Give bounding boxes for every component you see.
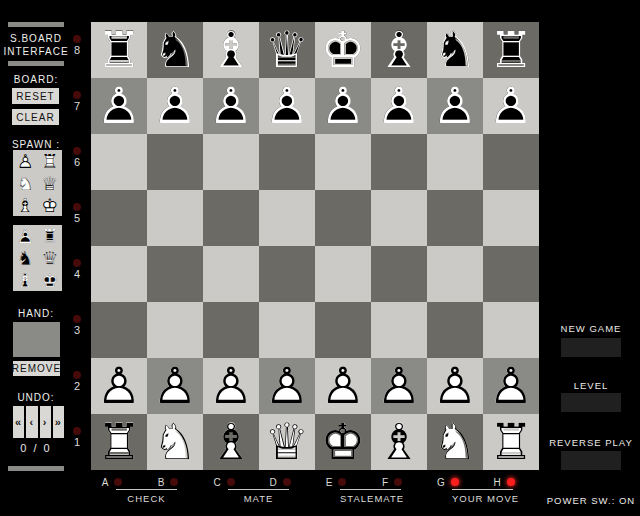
square-d5[interactable] [259, 190, 315, 246]
black-knight-glyph: ♞ [13, 247, 38, 269]
black-rook-glyph-outline: ♖ [91, 22, 147, 78]
black-knight-glyph: ♞ [427, 22, 483, 78]
square-f3[interactable] [371, 302, 427, 358]
white-pawn-glyph-outline: ♙ [259, 358, 315, 414]
black-bishop-glyph-outline: ♗ [203, 22, 259, 78]
square-c7[interactable]: ♟♙ [203, 78, 259, 134]
black-rook-glyph: ♜ [91, 22, 147, 78]
square-h4[interactable] [483, 246, 539, 302]
black-bishop-glyph: ♝ [13, 269, 38, 291]
white-rook-glyph-outline: ♖ [483, 414, 539, 470]
rank-label-5: 5 [68, 190, 86, 246]
file-b-letter: B [158, 477, 165, 488]
white-queen-glyph-outline: ♕ [38, 172, 63, 194]
file-label-g: G [427, 474, 483, 490]
white-pawn-glyph: ♟ [315, 358, 371, 414]
square-d4[interactable] [259, 246, 315, 302]
square-g8[interactable]: ♞♘ [427, 22, 483, 78]
white-king-glyph: ♚ [38, 194, 63, 216]
white-pawn-glyph: ♟ [147, 358, 203, 414]
square-c3[interactable] [203, 302, 259, 358]
square-f2[interactable]: ♟♙ [371, 358, 427, 414]
file-label-h: H [483, 474, 539, 490]
rank-4-led [73, 259, 81, 267]
spawn-white-queen[interactable]: ♛♕ [38, 172, 63, 194]
black-queen-glyph: ♛ [38, 247, 63, 269]
rank-2-number: 2 [68, 380, 86, 392]
remove-button[interactable]: REMOVE [13, 361, 60, 376]
square-a4[interactable] [91, 246, 147, 302]
black-queen-glyph: ♛ [259, 22, 315, 78]
rank-3-number: 3 [68, 324, 86, 336]
file-c-letter: C [213, 477, 220, 488]
rank-1-number: 1 [68, 436, 86, 448]
white-bishop-glyph-outline: ♗ [13, 194, 38, 216]
white-pawn-glyph: ♟ [483, 358, 539, 414]
rank-1-led [73, 427, 81, 435]
white-pawn-glyph: ♟ [13, 150, 38, 172]
undo-controls: «‹›» [13, 406, 64, 438]
file-d-letter: D [269, 477, 276, 488]
spawn-white-king[interactable]: ♚♔ [38, 194, 63, 216]
rank-2-led [73, 371, 81, 379]
black-knight-glyph-outline: ♘ [427, 22, 483, 78]
black-pawn-glyph: ♟ [259, 78, 315, 134]
square-e4[interactable] [315, 246, 371, 302]
black-king-glyph-outline: ♔ [38, 269, 63, 291]
square-e7[interactable]: ♟♙ [315, 78, 371, 134]
rank-3-led [73, 315, 81, 323]
your-move-underline [452, 489, 513, 490]
square-a2[interactable]: ♟♙ [91, 358, 147, 414]
square-a6[interactable] [91, 134, 147, 190]
white-pawn-glyph-outline: ♙ [147, 358, 203, 414]
app-title-line1: S.BOARD [0, 33, 72, 44]
spawn-black-queen[interactable]: ♛♕ [38, 247, 63, 269]
black-pawn-glyph-outline: ♙ [91, 78, 147, 134]
rank-6-number: 6 [68, 156, 86, 168]
file-f-letter: F [382, 477, 388, 488]
square-a8[interactable]: ♜♖ [91, 22, 147, 78]
square-a7[interactable]: ♟♙ [91, 78, 147, 134]
white-queen-glyph: ♛ [259, 414, 315, 470]
undo-section-label: UNDO: [0, 392, 72, 403]
chess-computer-interface: S.BOARD INTERFACE BOARD: RESET CLEAR SPA… [0, 0, 640, 516]
file-label-e: E [315, 474, 371, 490]
file-label-b: B [147, 474, 203, 490]
square-g3[interactable] [427, 302, 483, 358]
black-rook-glyph-outline: ♖ [38, 225, 63, 247]
square-h6[interactable] [483, 134, 539, 190]
white-bishop-glyph: ♝ [13, 194, 38, 216]
square-g4[interactable] [427, 246, 483, 302]
square-c1[interactable]: ♝♗ [203, 414, 259, 470]
rank-5-led [73, 203, 81, 211]
file-g-letter: G [437, 477, 445, 488]
spawn-black-rook[interactable]: ♜♖ [38, 225, 63, 247]
black-bishop-glyph-outline: ♗ [371, 22, 427, 78]
title-separator-bar [8, 61, 64, 66]
black-king-glyph-outline: ♔ [315, 22, 371, 78]
square-b6[interactable] [147, 134, 203, 190]
rank-label-4: 4 [68, 246, 86, 302]
black-knight-glyph: ♞ [147, 22, 203, 78]
square-e5[interactable] [315, 190, 371, 246]
square-c2[interactable]: ♟♙ [203, 358, 259, 414]
square-b2[interactable]: ♟♙ [147, 358, 203, 414]
white-pawn-glyph: ♟ [203, 358, 259, 414]
top-separator-bar [8, 22, 64, 27]
black-pawn-glyph: ♟ [147, 78, 203, 134]
reverse-play-button[interactable] [561, 451, 621, 470]
undo-forward-button[interactable]: › [40, 406, 51, 438]
square-a5[interactable] [91, 190, 147, 246]
black-rook-glyph: ♜ [38, 225, 63, 247]
rank-7-number: 7 [68, 100, 86, 112]
square-h2[interactable]: ♟♙ [483, 358, 539, 414]
file-a-led [114, 478, 122, 486]
black-pawn-glyph-outline: ♙ [147, 78, 203, 134]
spawn-palette-black: ♟♙♜♖♞♘♛♕♝♗♚♔ [13, 225, 62, 291]
white-pawn-glyph: ♟ [91, 358, 147, 414]
white-knight-glyph-outline: ♘ [427, 414, 483, 470]
white-pawn-glyph: ♟ [427, 358, 483, 414]
spawn-white-rook[interactable]: ♜♖ [38, 150, 63, 172]
black-pawn-glyph: ♟ [91, 78, 147, 134]
black-pawn-glyph-outline: ♙ [483, 78, 539, 134]
square-h7[interactable]: ♟♙ [483, 78, 539, 134]
black-king-glyph: ♚ [315, 22, 371, 78]
file-label-d: D [259, 474, 315, 490]
white-king-glyph: ♚ [315, 414, 371, 470]
square-a1[interactable]: ♜♖ [91, 414, 147, 470]
new-game-label: NEW GAME [545, 323, 637, 334]
white-queen-glyph-outline: ♕ [259, 414, 315, 470]
rank-label-7: 7 [68, 78, 86, 134]
white-bishop-glyph-outline: ♗ [203, 414, 259, 470]
black-pawn-glyph: ♟ [371, 78, 427, 134]
square-h1[interactable]: ♜♖ [483, 414, 539, 470]
square-e2[interactable]: ♟♙ [315, 358, 371, 414]
square-c6[interactable] [203, 134, 259, 190]
reverse-play-label: REVERSE PLAY [545, 437, 637, 448]
spawn-black-king[interactable]: ♚♔ [38, 269, 63, 291]
white-pawn-glyph: ♟ [259, 358, 315, 414]
clear-button[interactable]: CLEAR [12, 109, 59, 125]
rank-label-6: 6 [68, 134, 86, 190]
square-g7[interactable]: ♟♙ [427, 78, 483, 134]
square-f5[interactable] [371, 190, 427, 246]
black-pawn-glyph: ♟ [483, 78, 539, 134]
black-pawn-glyph-outline: ♙ [371, 78, 427, 134]
square-a3[interactable] [91, 302, 147, 358]
square-f8[interactable]: ♝♗ [371, 22, 427, 78]
file-f-led [394, 478, 402, 486]
rank-6-led [73, 147, 81, 155]
level-label: LEVEL [545, 380, 637, 391]
white-bishop-glyph: ♝ [203, 414, 259, 470]
square-d3[interactable] [259, 302, 315, 358]
file-g-led [451, 478, 459, 486]
square-d7[interactable]: ♟♙ [259, 78, 315, 134]
black-pawn-glyph-outline: ♙ [203, 78, 259, 134]
rank-8-number: 8 [68, 44, 86, 56]
square-f6[interactable] [371, 134, 427, 190]
square-d1[interactable]: ♛♕ [259, 414, 315, 470]
spawn-black-knight[interactable]: ♞♘ [13, 247, 38, 269]
hand-section-label: HAND: [0, 308, 72, 319]
white-king-glyph-outline: ♔ [315, 414, 371, 470]
undo-back-button[interactable]: ‹ [26, 406, 37, 438]
white-pawn-glyph-outline: ♙ [315, 358, 371, 414]
black-pawn-glyph: ♟ [427, 78, 483, 134]
black-rook-glyph: ♜ [483, 22, 539, 78]
black-knight-glyph-outline: ♘ [13, 247, 38, 269]
white-pawn-glyph: ♟ [371, 358, 427, 414]
black-rook-glyph-outline: ♖ [483, 22, 539, 78]
spawn-white-knight[interactable]: ♞♘ [13, 172, 38, 194]
undo-last-button[interactable]: » [53, 406, 64, 438]
level-button[interactable] [561, 393, 621, 412]
file-e-led [338, 478, 346, 486]
spawn-section-label: SPAWN : [0, 139, 72, 150]
square-b4[interactable] [147, 246, 203, 302]
square-h8[interactable]: ♜♖ [483, 22, 539, 78]
board-section-label: BOARD: [0, 74, 72, 85]
power-switch-status: POWER SW.: ON [545, 495, 637, 506]
rank-label-8: 8 [68, 22, 86, 78]
square-e1[interactable]: ♚♔ [315, 414, 371, 470]
white-rook-glyph: ♜ [483, 414, 539, 470]
stalemate-label: STALEMATE [340, 493, 401, 504]
white-rook-glyph-outline: ♖ [91, 414, 147, 470]
hand-slot[interactable] [13, 322, 60, 357]
rank-label-2: 2 [68, 358, 86, 414]
rank-5-number: 5 [68, 212, 86, 224]
spawn-palette-white: ♟♙♜♖♞♘♛♕♝♗♚♔ [13, 150, 62, 216]
square-b7[interactable]: ♟♙ [147, 78, 203, 134]
new-game-button[interactable] [561, 338, 621, 357]
square-b1[interactable]: ♞♘ [147, 414, 203, 470]
white-pawn-glyph-outline: ♙ [91, 358, 147, 414]
square-d2[interactable]: ♟♙ [259, 358, 315, 414]
square-d8[interactable]: ♛♕ [259, 22, 315, 78]
mate-label: MATE [228, 493, 289, 504]
square-b5[interactable] [147, 190, 203, 246]
file-d-led [283, 478, 291, 486]
square-d6[interactable] [259, 134, 315, 190]
square-c4[interactable] [203, 246, 259, 302]
rank-7-led [73, 91, 81, 99]
square-h5[interactable] [483, 190, 539, 246]
square-g5[interactable] [427, 190, 483, 246]
white-rook-glyph: ♜ [91, 414, 147, 470]
black-pawn-glyph-outline: ♙ [259, 78, 315, 134]
white-knight-glyph: ♞ [427, 414, 483, 470]
white-pawn-glyph-outline: ♙ [483, 358, 539, 414]
file-b-led [170, 478, 178, 486]
black-king-glyph: ♚ [38, 269, 63, 291]
white-knight-glyph: ♞ [147, 414, 203, 470]
square-f1[interactable]: ♝♗ [371, 414, 427, 470]
mate-underline [228, 489, 289, 490]
spawn-white-bishop[interactable]: ♝♗ [13, 194, 38, 216]
square-e6[interactable] [315, 134, 371, 190]
spawn-black-bishop[interactable]: ♝♗ [13, 269, 38, 291]
white-king-glyph-outline: ♔ [38, 194, 63, 216]
rank-label-3: 3 [68, 302, 86, 358]
black-bishop-glyph-outline: ♗ [13, 269, 38, 291]
white-pawn-glyph-outline: ♙ [427, 358, 483, 414]
bottom-separator-bar [8, 466, 64, 471]
file-h-led [507, 478, 515, 486]
rank-8-led [73, 35, 81, 43]
white-knight-glyph-outline: ♘ [147, 414, 203, 470]
black-pawn-glyph-outline: ♙ [13, 225, 38, 247]
square-e3[interactable] [315, 302, 371, 358]
file-label-a: A [91, 474, 147, 490]
black-bishop-glyph: ♝ [371, 22, 427, 78]
black-pawn-glyph: ♟ [13, 225, 38, 247]
white-knight-glyph: ♞ [13, 172, 38, 194]
square-h3[interactable] [483, 302, 539, 358]
app-title-line2: INTERFACE [0, 46, 72, 57]
white-bishop-glyph-outline: ♗ [371, 414, 427, 470]
square-f4[interactable] [371, 246, 427, 302]
white-queen-glyph: ♛ [38, 172, 63, 194]
black-knight-glyph-outline: ♘ [147, 22, 203, 78]
reset-button[interactable]: RESET [12, 88, 59, 104]
square-g2[interactable]: ♟♙ [427, 358, 483, 414]
stalemate-underline [340, 489, 401, 490]
white-pawn-glyph-outline: ♙ [203, 358, 259, 414]
black-pawn-glyph: ♟ [203, 78, 259, 134]
file-h-letter: H [493, 477, 500, 488]
black-queen-glyph-outline: ♕ [38, 247, 63, 269]
white-pawn-glyph-outline: ♙ [13, 150, 38, 172]
undo-counter: 0 / 0 [8, 442, 64, 454]
black-pawn-glyph-outline: ♙ [315, 78, 371, 134]
spawn-white-pawn[interactable]: ♟♙ [13, 150, 38, 172]
white-bishop-glyph: ♝ [371, 414, 427, 470]
square-e8[interactable]: ♚♔ [315, 22, 371, 78]
your-move-label: YOUR MOVE [452, 493, 513, 504]
rank-4-number: 4 [68, 268, 86, 280]
undo-first-button[interactable]: « [13, 406, 24, 438]
square-b8[interactable]: ♞♘ [147, 22, 203, 78]
white-rook-glyph: ♜ [38, 150, 63, 172]
black-pawn-glyph: ♟ [315, 78, 371, 134]
check-label: CHECK [116, 493, 177, 504]
square-g6[interactable] [427, 134, 483, 190]
check-underline [116, 489, 177, 490]
square-c8[interactable]: ♝♗ [203, 22, 259, 78]
black-bishop-glyph: ♝ [203, 22, 259, 78]
square-c5[interactable] [203, 190, 259, 246]
white-rook-glyph-outline: ♖ [38, 150, 63, 172]
file-a-letter: A [102, 477, 109, 488]
white-pawn-glyph-outline: ♙ [371, 358, 427, 414]
square-f7[interactable]: ♟♙ [371, 78, 427, 134]
spawn-black-pawn[interactable]: ♟♙ [13, 225, 38, 247]
file-label-c: C [203, 474, 259, 490]
black-queen-glyph-outline: ♕ [259, 22, 315, 78]
file-label-f: F [371, 474, 427, 490]
file-e-letter: E [326, 477, 333, 488]
square-g1[interactable]: ♞♘ [427, 414, 483, 470]
file-c-led [227, 478, 235, 486]
black-pawn-glyph-outline: ♙ [427, 78, 483, 134]
chess-board: ♜♖♞♘♝♗♛♕♚♔♝♗♞♘♜♖♟♙♟♙♟♙♟♙♟♙♟♙♟♙♟♙♟♙♟♙♟♙♟♙… [91, 22, 539, 470]
square-b3[interactable] [147, 302, 203, 358]
white-knight-glyph-outline: ♘ [13, 172, 38, 194]
rank-label-1: 1 [68, 414, 86, 470]
